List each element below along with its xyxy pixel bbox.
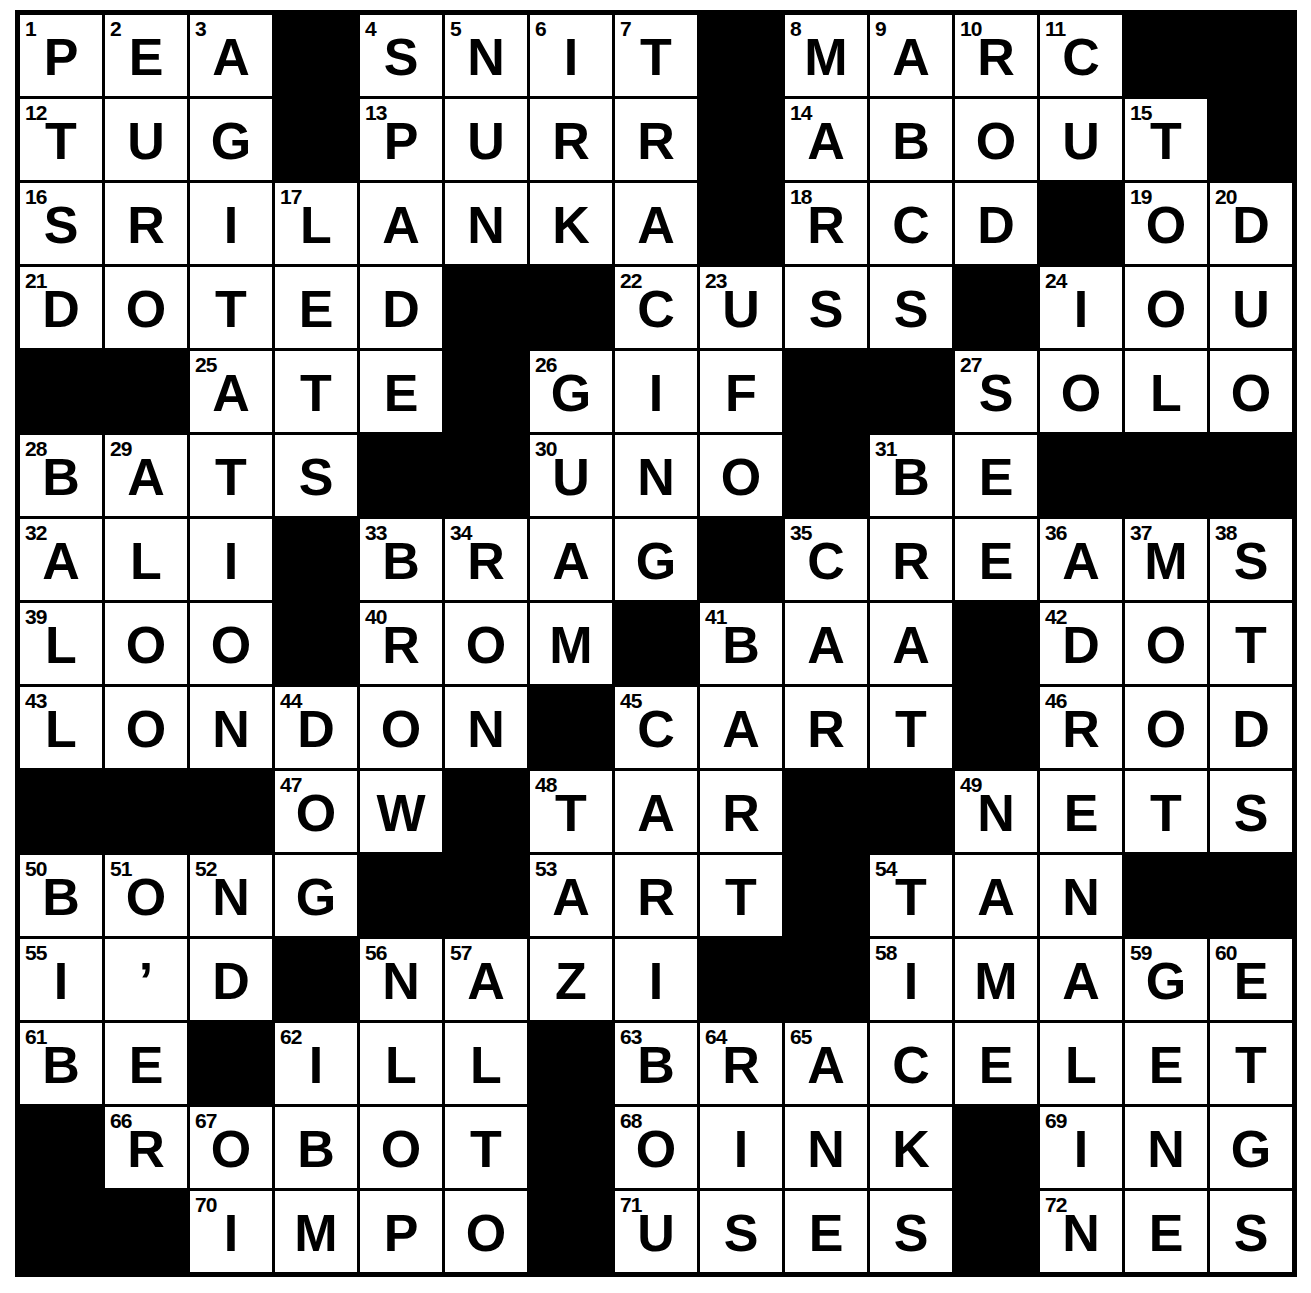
clue-number: 57	[450, 941, 471, 964]
letter-cell[interactable]: A	[870, 603, 952, 684]
letter-cell[interactable]: 68O	[615, 1107, 697, 1188]
cell-letter: G	[1231, 1123, 1271, 1175]
letter-cell[interactable]: R	[615, 855, 697, 936]
letter-cell[interactable]: O	[190, 603, 272, 684]
letter-cell[interactable]: E	[1040, 771, 1122, 852]
cell-letter: T	[215, 451, 247, 503]
letter-cell[interactable]: 30U	[530, 435, 612, 516]
letter-cell[interactable]: 66R	[105, 1107, 187, 1188]
cell-letter: N	[807, 1123, 845, 1175]
cell-letter: S	[979, 367, 1014, 419]
black-cell	[1040, 183, 1122, 264]
clue-number: 4	[365, 17, 376, 40]
letter-cell[interactable]: 10R	[955, 15, 1037, 96]
letter-cell[interactable]: 48T	[530, 771, 612, 852]
letter-cell[interactable]: 32A	[20, 519, 102, 600]
letter-cell[interactable]: 55I	[20, 939, 102, 1020]
cell-letter: B	[42, 451, 80, 503]
letter-cell[interactable]: 9A	[870, 15, 952, 96]
letter-cell[interactable]: 24I	[1040, 267, 1122, 348]
cell-letter: R	[637, 115, 675, 167]
black-cell	[700, 15, 782, 96]
cell-letter: G	[211, 115, 251, 167]
letter-cell[interactable]: 12T	[20, 99, 102, 180]
cell-letter: O	[1231, 367, 1271, 419]
cell-letter: A	[212, 367, 250, 419]
letter-cell[interactable]: I	[615, 351, 697, 432]
cell-letter: T	[895, 703, 927, 755]
cell-letter: B	[637, 1039, 675, 1091]
clue-number: 7	[620, 17, 631, 40]
clue-number: 14	[790, 101, 811, 124]
letter-cell[interactable]: T	[1125, 771, 1207, 852]
letter-cell[interactable]: S	[1210, 1191, 1292, 1272]
letter-cell[interactable]: A	[700, 687, 782, 768]
cell-letter: G	[551, 367, 591, 419]
letter-cell[interactable]: O	[1040, 351, 1122, 432]
letter-cell[interactable]: 59G	[1125, 939, 1207, 1020]
cell-letter: K	[892, 1123, 930, 1175]
black-cell	[615, 603, 697, 684]
cell-letter: R	[382, 619, 420, 671]
letter-cell[interactable]: 62I	[275, 1023, 357, 1104]
cell-letter: E	[384, 367, 419, 419]
letter-cell[interactable]: O	[1125, 267, 1207, 348]
black-cell	[785, 435, 867, 516]
letter-cell[interactable]: N	[445, 687, 527, 768]
clue-number: 53	[535, 857, 556, 880]
letter-cell[interactable]: 65A	[785, 1023, 867, 1104]
letter-cell[interactable]: 42D	[1040, 603, 1122, 684]
black-cell	[700, 183, 782, 264]
cell-letter: A	[637, 787, 675, 839]
letter-cell[interactable]: U	[445, 99, 527, 180]
letter-cell[interactable]: S	[275, 435, 357, 516]
letter-cell[interactable]: 8M	[785, 15, 867, 96]
clue-number: 52	[195, 857, 216, 880]
letter-cell[interactable]: 1P	[20, 15, 102, 96]
letter-cell[interactable]: 28B	[20, 435, 102, 516]
cell-letter: E	[979, 451, 1014, 503]
letter-cell[interactable]: 63B	[615, 1023, 697, 1104]
clue-number: 35	[790, 521, 811, 544]
cell-letter: I	[649, 955, 663, 1007]
letter-cell[interactable]: D	[190, 939, 272, 1020]
cell-letter: R	[807, 703, 845, 755]
letter-cell[interactable]: 53A	[530, 855, 612, 936]
letter-cell[interactable]: G	[1210, 1107, 1292, 1188]
letter-cell[interactable]: 21D	[20, 267, 102, 348]
letter-cell[interactable]: E	[955, 519, 1037, 600]
cell-letter: T	[1150, 787, 1182, 839]
cell-letter: T	[1235, 619, 1267, 671]
letter-cell[interactable]: F	[700, 351, 782, 432]
letter-cell[interactable]: 40R	[360, 603, 442, 684]
letter-cell[interactable]: I	[190, 183, 272, 264]
letter-cell[interactable]: N	[190, 687, 272, 768]
letter-cell[interactable]: 71U	[615, 1191, 697, 1272]
clue-number: 2	[110, 17, 121, 40]
letter-cell[interactable]: 58I	[870, 939, 952, 1020]
letter-cell[interactable]: T	[700, 855, 782, 936]
letter-cell[interactable]: 38S	[1210, 519, 1292, 600]
black-cell	[1210, 99, 1292, 180]
letter-cell[interactable]: O	[1210, 351, 1292, 432]
cell-letter: O	[381, 1123, 421, 1175]
cell-letter: B	[722, 619, 760, 671]
letter-cell[interactable]: M	[955, 939, 1037, 1020]
letter-cell[interactable]: L	[445, 1023, 527, 1104]
black-cell	[20, 1191, 102, 1272]
letter-cell[interactable]: D	[955, 183, 1037, 264]
cell-letter: F	[725, 367, 757, 419]
crossword-grid: 1P2E3A4S5N6I7T8M9A10R11C12TUG13PURR14ABO…	[15, 10, 1297, 1277]
black-cell	[360, 855, 442, 936]
letter-cell[interactable]: K	[530, 183, 612, 264]
letter-cell[interactable]: 57A	[445, 939, 527, 1020]
letter-cell[interactable]: N	[1040, 855, 1122, 936]
letter-cell[interactable]: 27S	[955, 351, 1037, 432]
black-cell	[360, 435, 442, 516]
letter-cell[interactable]: R	[615, 99, 697, 180]
letter-cell[interactable]: E	[1125, 1191, 1207, 1272]
letter-cell[interactable]: 36A	[1040, 519, 1122, 600]
black-cell	[1125, 435, 1207, 516]
letter-cell[interactable]: T	[1210, 603, 1292, 684]
letter-cell[interactable]: 54T	[870, 855, 952, 936]
letter-cell[interactable]: E	[360, 351, 442, 432]
letter-cell[interactable]: A	[955, 855, 1037, 936]
letter-cell[interactable]: C	[870, 1023, 952, 1104]
cell-letter: I	[904, 955, 918, 1007]
letter-cell[interactable]: S	[700, 1191, 782, 1272]
cell-letter: I	[734, 1123, 748, 1175]
cell-letter: R	[1062, 703, 1100, 755]
cell-letter: R	[977, 31, 1015, 83]
clue-number: 11	[1045, 17, 1065, 40]
cell-letter: U	[722, 283, 760, 335]
letter-cell[interactable]: E	[955, 1023, 1037, 1104]
letter-cell[interactable]: O	[700, 435, 782, 516]
letter-cell[interactable]: 69I	[1040, 1107, 1122, 1188]
clue-number: 3	[195, 17, 206, 40]
clue-number: 68	[620, 1109, 641, 1132]
cell-letter: O	[1061, 367, 1101, 419]
cell-letter: T	[1150, 115, 1182, 167]
letter-cell[interactable]: 70I	[190, 1191, 272, 1272]
letter-cell[interactable]: 4S	[360, 15, 442, 96]
letter-cell[interactable]: S	[870, 1191, 952, 1272]
cell-letter: A	[1062, 535, 1100, 587]
letter-cell[interactable]: R	[870, 519, 952, 600]
black-cell	[275, 15, 357, 96]
letter-cell[interactable]: K	[870, 1107, 952, 1188]
black-cell	[955, 267, 1037, 348]
letter-cell[interactable]: U	[105, 99, 187, 180]
letter-cell[interactable]: 15T	[1125, 99, 1207, 180]
black-cell	[530, 1107, 612, 1188]
cell-letter: R	[127, 1123, 165, 1175]
cell-letter: O	[466, 619, 506, 671]
letter-cell[interactable]: 2E	[105, 15, 187, 96]
letter-cell[interactable]: 11C	[1040, 15, 1122, 96]
black-cell	[530, 1023, 612, 1104]
letter-cell[interactable]: 72N	[1040, 1191, 1122, 1272]
letter-cell[interactable]: R	[785, 687, 867, 768]
cell-letter: N	[1147, 1123, 1185, 1175]
letter-cell[interactable]: 61B	[20, 1023, 102, 1104]
letter-cell[interactable]: 50B	[20, 855, 102, 936]
letter-cell[interactable]: 25A	[190, 351, 272, 432]
black-cell	[870, 351, 952, 432]
black-cell	[785, 771, 867, 852]
cell-letter: G	[1146, 955, 1186, 1007]
cell-letter: M	[294, 1207, 337, 1259]
cell-letter: R	[722, 1039, 760, 1091]
cell-letter: R	[127, 199, 165, 251]
cell-letter: I	[224, 199, 238, 251]
letter-cell[interactable]: N	[445, 183, 527, 264]
black-cell	[275, 99, 357, 180]
letter-cell[interactable]: 13P	[360, 99, 442, 180]
letter-cell[interactable]: R	[530, 99, 612, 180]
crossword-page: 1P2E3A4S5N6I7T8M9A10R11C12TUG13PURR14ABO…	[0, 10, 1311, 1293]
letter-cell[interactable]: I	[615, 939, 697, 1020]
letter-cell[interactable]: 29A	[105, 435, 187, 516]
cell-letter: A	[42, 535, 80, 587]
letter-cell[interactable]: 19O	[1125, 183, 1207, 264]
cell-letter: Z	[555, 955, 587, 1007]
letter-cell[interactable]: L	[1040, 1023, 1122, 1104]
cell-letter: M	[804, 31, 847, 83]
clue-number: 62	[280, 1025, 301, 1048]
letter-cell[interactable]: 20D	[1210, 183, 1292, 264]
letter-cell[interactable]: A	[785, 603, 867, 684]
letter-cell[interactable]: 41B	[700, 603, 782, 684]
letter-cell[interactable]: B	[275, 1107, 357, 1188]
letter-cell[interactable]: T	[190, 435, 272, 516]
black-cell	[275, 519, 357, 600]
clue-number: 43	[25, 689, 46, 712]
letter-cell[interactable]: 45C	[615, 687, 697, 768]
letter-cell[interactable]: D	[360, 267, 442, 348]
letter-cell[interactable]: T	[275, 351, 357, 432]
letter-cell[interactable]: S	[785, 267, 867, 348]
letter-cell[interactable]: 18R	[785, 183, 867, 264]
letter-cell[interactable]: O	[105, 267, 187, 348]
clue-number: 41	[705, 605, 726, 628]
cell-letter: U	[467, 115, 505, 167]
cell-letter: D	[297, 703, 335, 755]
cell-letter: I	[1074, 283, 1088, 335]
black-cell	[445, 771, 527, 852]
letter-cell[interactable]: A	[530, 519, 612, 600]
letter-cell[interactable]: 22C	[615, 267, 697, 348]
letter-cell[interactable]: G	[275, 855, 357, 936]
cell-letter: I	[309, 1039, 323, 1091]
letter-cell[interactable]: I	[700, 1107, 782, 1188]
letter-cell[interactable]: P	[360, 1191, 442, 1272]
letter-cell[interactable]: 64R	[700, 1023, 782, 1104]
cell-letter: O	[721, 451, 761, 503]
cell-letter: A	[807, 115, 845, 167]
black-cell	[530, 267, 612, 348]
cell-letter: D	[1232, 199, 1270, 251]
letter-cell[interactable]: M	[275, 1191, 357, 1272]
letter-cell[interactable]: 44D	[275, 687, 357, 768]
letter-cell[interactable]: A	[615, 771, 697, 852]
letter-cell[interactable]: 33B	[360, 519, 442, 600]
letter-cell[interactable]: 17L	[275, 183, 357, 264]
cell-letter: N	[637, 451, 675, 503]
black-cell	[20, 1107, 102, 1188]
letter-cell[interactable]: O	[445, 603, 527, 684]
letter-cell[interactable]: O	[105, 687, 187, 768]
clue-number: 51	[110, 857, 131, 880]
letter-cell[interactable]: A	[360, 183, 442, 264]
letter-cell[interactable]: N	[785, 1107, 867, 1188]
letter-cell[interactable]: 46R	[1040, 687, 1122, 768]
black-cell	[955, 603, 1037, 684]
letter-cell[interactable]: A	[1040, 939, 1122, 1020]
cell-letter: A	[807, 1039, 845, 1091]
letter-cell[interactable]: L	[105, 519, 187, 600]
clue-number: 56	[365, 941, 386, 964]
letter-cell[interactable]: E	[275, 267, 357, 348]
cell-letter: O	[126, 871, 166, 923]
letter-cell[interactable]: U	[1210, 267, 1292, 348]
cell-letter: N	[212, 703, 250, 755]
letter-cell[interactable]: L	[1125, 351, 1207, 432]
black-cell	[20, 351, 102, 432]
letter-cell[interactable]: L	[360, 1023, 442, 1104]
letter-cell[interactable]: E	[785, 1191, 867, 1272]
letter-cell[interactable]: 52N	[190, 855, 272, 936]
black-cell	[105, 351, 187, 432]
letter-cell[interactable]: O	[105, 603, 187, 684]
letter-cell[interactable]: 23U	[700, 267, 782, 348]
black-cell	[785, 855, 867, 936]
letter-cell[interactable]: U	[1040, 99, 1122, 180]
letter-cell[interactable]: N	[1125, 1107, 1207, 1188]
black-cell	[530, 687, 612, 768]
cell-letter: E	[299, 283, 334, 335]
cell-letter: T	[300, 367, 332, 419]
letter-cell[interactable]: 37M	[1125, 519, 1207, 600]
clue-number: 42	[1045, 605, 1066, 628]
letter-cell[interactable]: 67O	[190, 1107, 272, 1188]
clue-number: 71	[620, 1193, 641, 1216]
letter-cell[interactable]: 35C	[785, 519, 867, 600]
letter-cell[interactable]: C	[870, 183, 952, 264]
letter-cell[interactable]: G	[615, 519, 697, 600]
clue-number: 12	[25, 101, 46, 124]
letter-cell[interactable]: I	[190, 519, 272, 600]
letter-cell[interactable]: G	[190, 99, 272, 180]
letter-cell[interactable]: T	[870, 687, 952, 768]
cell-letter: O	[976, 115, 1016, 167]
letter-cell[interactable]: O	[1125, 603, 1207, 684]
cell-letter: E	[1149, 1207, 1184, 1259]
clue-number: 64	[705, 1025, 726, 1048]
black-cell	[870, 771, 952, 852]
letter-cell[interactable]: A	[615, 183, 697, 264]
cell-letter: C	[892, 199, 930, 251]
cell-letter: L	[1065, 1039, 1097, 1091]
cell-letter: O	[636, 1123, 676, 1175]
letter-cell[interactable]: O	[445, 1191, 527, 1272]
letter-cell[interactable]: 49N	[955, 771, 1037, 852]
cell-letter: N	[467, 31, 505, 83]
letter-cell[interactable]: 6I	[530, 15, 612, 96]
letter-cell[interactable]: O	[1125, 687, 1207, 768]
letter-cell[interactable]: S	[1210, 771, 1292, 852]
letter-cell[interactable]: 5N	[445, 15, 527, 96]
cell-letter: A	[1062, 955, 1100, 1007]
letter-cell[interactable]: 47O	[275, 771, 357, 852]
cell-letter: O	[211, 1123, 251, 1175]
cell-letter: T	[555, 787, 587, 839]
letter-cell[interactable]: W	[360, 771, 442, 852]
letter-cell[interactable]: B	[870, 99, 952, 180]
cell-letter: R	[807, 199, 845, 251]
cell-letter: D	[212, 955, 250, 1007]
letter-cell[interactable]: 3A	[190, 15, 272, 96]
clue-number: 36	[1045, 521, 1066, 544]
letter-cell[interactable]: T	[445, 1107, 527, 1188]
cell-letter: B	[892, 451, 930, 503]
cell-letter: R	[637, 871, 675, 923]
cell-letter: U	[552, 451, 590, 503]
letter-cell[interactable]: ’	[105, 939, 187, 1020]
letter-cell[interactable]: T	[190, 267, 272, 348]
letter-cell[interactable]: S	[870, 267, 952, 348]
letter-cell[interactable]: E	[1125, 1023, 1207, 1104]
letter-cell[interactable]: 60E	[1210, 939, 1292, 1020]
letter-cell[interactable]: M	[530, 603, 612, 684]
letter-cell[interactable]: 39L	[20, 603, 102, 684]
cell-letter: O	[381, 703, 421, 755]
black-cell	[275, 603, 357, 684]
black-cell	[785, 939, 867, 1020]
cell-letter: T	[470, 1123, 502, 1175]
letter-cell[interactable]: Z	[530, 939, 612, 1020]
letter-cell[interactable]: 43L	[20, 687, 102, 768]
letter-cell[interactable]: 26G	[530, 351, 612, 432]
letter-cell[interactable]: R	[105, 183, 187, 264]
letter-cell[interactable]: O	[360, 687, 442, 768]
letter-cell[interactable]: E	[955, 435, 1037, 516]
letter-cell[interactable]: O	[360, 1107, 442, 1188]
letter-cell[interactable]: D	[1210, 687, 1292, 768]
letter-cell[interactable]: 31B	[870, 435, 952, 516]
letter-cell[interactable]: 7T	[615, 15, 697, 96]
letter-cell[interactable]: 16S	[20, 183, 102, 264]
letter-cell[interactable]: 34R	[445, 519, 527, 600]
letter-cell[interactable]: O	[955, 99, 1037, 180]
cell-letter: D	[382, 283, 420, 335]
letter-cell[interactable]: R	[700, 771, 782, 852]
letter-cell[interactable]: N	[615, 435, 697, 516]
cell-letter: R	[892, 535, 930, 587]
letter-cell[interactable]: T	[1210, 1023, 1292, 1104]
letter-cell[interactable]: E	[105, 1023, 187, 1104]
letter-cell[interactable]: 56N	[360, 939, 442, 1020]
letter-cell[interactable]: 51O	[105, 855, 187, 936]
black-cell	[1125, 855, 1207, 936]
letter-cell[interactable]: 14A	[785, 99, 867, 180]
cell-letter: N	[1062, 871, 1100, 923]
